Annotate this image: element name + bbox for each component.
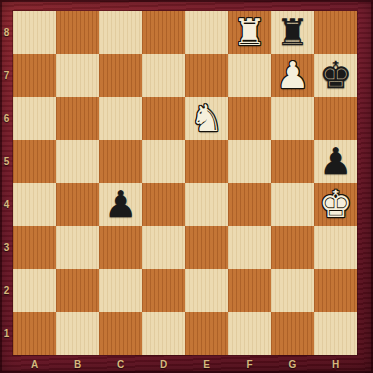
square-a4[interactable] — [13, 183, 56, 226]
file-label-c: C — [99, 355, 142, 373]
square-g6[interactable] — [271, 97, 314, 140]
square-d5[interactable] — [142, 140, 185, 183]
rank-label-5: 5 — [0, 140, 13, 183]
square-e2[interactable] — [185, 269, 228, 312]
square-f1[interactable] — [228, 312, 271, 355]
square-e5[interactable] — [185, 140, 228, 183]
square-e1[interactable] — [185, 312, 228, 355]
file-label-e: E — [185, 355, 228, 373]
square-c8[interactable] — [99, 11, 142, 54]
square-c5[interactable] — [99, 140, 142, 183]
black-rook-g8[interactable]: ♜ — [276, 11, 309, 54]
square-g8[interactable]: ♜ — [271, 11, 314, 54]
square-a6[interactable] — [13, 97, 56, 140]
square-d3[interactable] — [142, 226, 185, 269]
square-g1[interactable] — [271, 312, 314, 355]
rank-label-6: 6 — [0, 97, 13, 140]
file-label-h: H — [314, 355, 357, 373]
square-b8[interactable] — [56, 11, 99, 54]
square-h7[interactable]: ♚ — [314, 54, 357, 97]
file-label-f: F — [228, 355, 271, 373]
square-h5[interactable]: ♟ — [314, 140, 357, 183]
square-f5[interactable] — [228, 140, 271, 183]
square-h4[interactable]: ♚ — [314, 183, 357, 226]
square-g4[interactable] — [271, 183, 314, 226]
square-a3[interactable] — [13, 226, 56, 269]
square-d6[interactable] — [142, 97, 185, 140]
square-h6[interactable] — [314, 97, 357, 140]
rank-label-1: 1 — [0, 312, 13, 355]
rank-label-8: 8 — [0, 11, 13, 54]
square-e3[interactable] — [185, 226, 228, 269]
chessboard: 87654321 ABCDEFGH ♜♜♟♚♞♟♟♚ — [0, 0, 373, 373]
square-g2[interactable] — [271, 269, 314, 312]
square-b5[interactable] — [56, 140, 99, 183]
square-c3[interactable] — [99, 226, 142, 269]
rank-label-3: 3 — [0, 226, 13, 269]
square-c2[interactable] — [99, 269, 142, 312]
square-f2[interactable] — [228, 269, 271, 312]
square-a8[interactable] — [13, 11, 56, 54]
file-label-a: A — [13, 355, 56, 373]
board-squares: ♜♜♟♚♞♟♟♚ — [13, 11, 357, 355]
file-label-g: G — [271, 355, 314, 373]
square-b4[interactable] — [56, 183, 99, 226]
square-c4[interactable]: ♟ — [99, 183, 142, 226]
square-f3[interactable] — [228, 226, 271, 269]
black-pawn-h5[interactable]: ♟ — [319, 140, 352, 183]
white-pawn-g7[interactable]: ♟ — [276, 54, 309, 97]
square-a1[interactable] — [13, 312, 56, 355]
rank-labels: 87654321 — [0, 11, 13, 355]
square-g7[interactable]: ♟ — [271, 54, 314, 97]
square-d4[interactable] — [142, 183, 185, 226]
white-king-h4[interactable]: ♚ — [319, 183, 352, 226]
file-label-d: D — [142, 355, 185, 373]
square-h3[interactable] — [314, 226, 357, 269]
file-label-b: B — [56, 355, 99, 373]
square-g3[interactable] — [271, 226, 314, 269]
black-pawn-c4[interactable]: ♟ — [104, 183, 137, 226]
white-knight-e6[interactable]: ♞ — [190, 97, 223, 140]
square-e7[interactable] — [185, 54, 228, 97]
square-d2[interactable] — [142, 269, 185, 312]
square-b3[interactable] — [56, 226, 99, 269]
rank-label-7: 7 — [0, 54, 13, 97]
square-d1[interactable] — [142, 312, 185, 355]
white-rook-f8[interactable]: ♜ — [233, 11, 266, 54]
square-e6[interactable]: ♞ — [185, 97, 228, 140]
square-h8[interactable] — [314, 11, 357, 54]
square-e4[interactable] — [185, 183, 228, 226]
square-a7[interactable] — [13, 54, 56, 97]
square-f6[interactable] — [228, 97, 271, 140]
square-b7[interactable] — [56, 54, 99, 97]
file-labels: ABCDEFGH — [13, 355, 357, 373]
square-c1[interactable] — [99, 312, 142, 355]
square-c7[interactable] — [99, 54, 142, 97]
rank-label-4: 4 — [0, 183, 13, 226]
square-h1[interactable] — [314, 312, 357, 355]
square-b1[interactable] — [56, 312, 99, 355]
square-b6[interactable] — [56, 97, 99, 140]
square-g5[interactable] — [271, 140, 314, 183]
square-c6[interactable] — [99, 97, 142, 140]
square-f4[interactable] — [228, 183, 271, 226]
square-a5[interactable] — [13, 140, 56, 183]
square-a2[interactable] — [13, 269, 56, 312]
black-king-h7[interactable]: ♚ — [319, 54, 352, 97]
square-d8[interactable] — [142, 11, 185, 54]
rank-label-2: 2 — [0, 269, 13, 312]
square-e8[interactable] — [185, 11, 228, 54]
square-f8[interactable]: ♜ — [228, 11, 271, 54]
square-d7[interactable] — [142, 54, 185, 97]
square-b2[interactable] — [56, 269, 99, 312]
square-h2[interactable] — [314, 269, 357, 312]
square-f7[interactable] — [228, 54, 271, 97]
